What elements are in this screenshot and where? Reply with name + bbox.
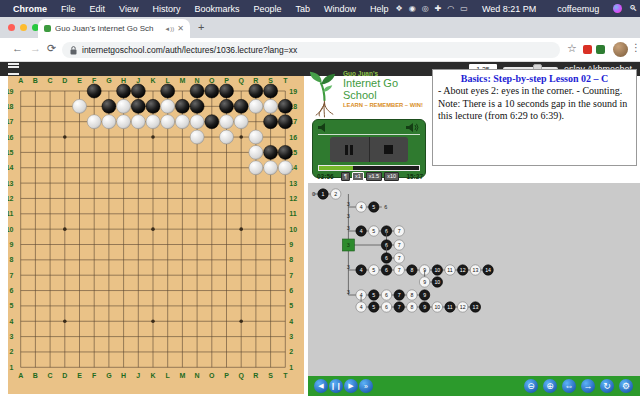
board-coordinate: R bbox=[253, 77, 258, 84]
go-stone[interactable] bbox=[264, 161, 278, 175]
settings-button[interactable]: ⚙ bbox=[619, 379, 633, 393]
logo-title: Internet Go School bbox=[343, 77, 432, 101]
tree-node-number: 12 bbox=[460, 304, 466, 310]
menu-item-history[interactable]: History bbox=[152, 4, 180, 14]
board-coordinate: N bbox=[195, 372, 200, 379]
go-stone[interactable] bbox=[146, 115, 160, 129]
go-stone[interactable] bbox=[205, 115, 219, 129]
go-button[interactable]: → bbox=[581, 379, 595, 393]
board-coordinate: 10 bbox=[8, 226, 14, 233]
board-coordinate: 8 bbox=[289, 256, 293, 263]
board-coordinate: D bbox=[62, 372, 67, 379]
lesson-info-box: Basics: Step-by-step Lesson 02 – C - Abo… bbox=[432, 69, 637, 166]
go-stone[interactable] bbox=[190, 115, 204, 129]
tree-node-number: 9 bbox=[423, 304, 426, 310]
audio-player: 03:56 ¶ x1x1.5x10 15:27 bbox=[312, 119, 426, 178]
go-stone[interactable] bbox=[234, 99, 248, 113]
board-coordinate: 4 bbox=[10, 318, 14, 325]
board-coordinate: C bbox=[48, 372, 53, 379]
go-stone[interactable] bbox=[249, 84, 263, 98]
board-coordinate: D bbox=[62, 77, 67, 84]
board-coordinate: 15 bbox=[8, 149, 14, 156]
board-coordinate: G bbox=[106, 77, 112, 84]
go-stone[interactable] bbox=[131, 115, 145, 129]
prev-move-button[interactable]: ◀ bbox=[314, 379, 328, 393]
tab-audio-icon[interactable]: ◄)) bbox=[164, 26, 174, 32]
board-coordinate: E bbox=[77, 372, 82, 379]
tree-node-number: 8 bbox=[410, 304, 413, 310]
board-coordinate: 7 bbox=[289, 272, 293, 279]
elapsed-time: 03:56 bbox=[317, 173, 334, 180]
tree-node-number: 10 bbox=[434, 267, 440, 273]
branch-move-label: 3 bbox=[347, 289, 350, 295]
lock-icon bbox=[70, 46, 77, 55]
go-board[interactable]: AABBCCDDEEFFGGHHJJKKLLMMNNOOPPQQRRSSTT19… bbox=[8, 76, 304, 394]
board-coordinate: 16 bbox=[289, 134, 297, 141]
bottom-toolbar: ◀❙❙▶»⊖⊕⇔→↻⚙ bbox=[308, 376, 640, 396]
tree-node-number: 7 bbox=[398, 304, 401, 310]
go-stone[interactable] bbox=[117, 84, 131, 98]
stop-control[interactable] bbox=[370, 137, 409, 162]
forward-button[interactable]: → bbox=[30, 42, 41, 54]
board-coordinate: 9 bbox=[289, 241, 293, 248]
board-coordinate: 13 bbox=[8, 180, 14, 187]
board-coordinate: L bbox=[166, 372, 171, 379]
pause-control[interactable] bbox=[330, 137, 370, 162]
tree-node-number: 7 bbox=[398, 292, 401, 298]
tree-node-number: 5 bbox=[372, 304, 375, 310]
board-coordinate: 19 bbox=[8, 88, 14, 95]
board-coordinate: G bbox=[106, 372, 112, 379]
tree-node-number: 12 bbox=[460, 267, 466, 273]
board-coordinate: 6 bbox=[289, 287, 293, 294]
go-stone[interactable] bbox=[264, 99, 278, 113]
tree-node-number: 5 bbox=[372, 228, 375, 234]
go-stone[interactable] bbox=[220, 115, 234, 129]
extension-icon[interactable]: ❖ bbox=[396, 4, 403, 13]
tree-node-number: 7 bbox=[398, 255, 401, 261]
menu-item-edit[interactable]: Edit bbox=[90, 4, 106, 14]
go-stone[interactable] bbox=[278, 161, 292, 175]
browser-tab[interactable]: Guo Juan's Internet Go Sch ◄)) ✕ bbox=[38, 19, 190, 38]
stop-icon bbox=[384, 145, 393, 154]
go-stone[interactable] bbox=[264, 115, 278, 129]
menu-item-window[interactable]: Window bbox=[324, 4, 356, 14]
go-stone[interactable] bbox=[220, 84, 234, 98]
minimize-window-button[interactable] bbox=[20, 24, 27, 31]
tree-node-number: 11 bbox=[447, 304, 452, 310]
board-coordinate: 2 bbox=[289, 348, 293, 355]
board-coordinate: O bbox=[209, 372, 215, 379]
spotlight-search-icon[interactable]: 🔍︎ bbox=[629, 4, 637, 13]
tree-node-number: 6 bbox=[385, 292, 388, 298]
go-stone[interactable] bbox=[117, 115, 131, 129]
go-stone[interactable] bbox=[220, 130, 234, 144]
last-move-button[interactable]: » bbox=[359, 379, 373, 393]
star-point bbox=[63, 135, 67, 139]
go-stone[interactable] bbox=[175, 99, 189, 113]
board-coordinate: C bbox=[48, 77, 53, 84]
progress-bar[interactable] bbox=[318, 165, 420, 171]
tree-node-number: 2 bbox=[334, 191, 337, 197]
go-stone[interactable] bbox=[249, 99, 263, 113]
pilcrow-button[interactable]: ¶ bbox=[341, 172, 350, 181]
go-stone[interactable] bbox=[146, 99, 160, 113]
menu-item-chrome[interactable]: Chrome bbox=[13, 4, 47, 14]
board-coordinate: 8 bbox=[10, 256, 14, 263]
go-stone[interactable] bbox=[220, 99, 234, 113]
board-coordinate: 11 bbox=[289, 210, 297, 217]
board-coordinate: Q bbox=[238, 372, 244, 380]
go-stone[interactable] bbox=[161, 99, 175, 113]
go-stone[interactable] bbox=[249, 161, 263, 175]
go-stone[interactable] bbox=[117, 99, 131, 113]
tree-node-number: 7 bbox=[398, 228, 401, 234]
board-coordinate: A bbox=[18, 77, 23, 84]
board-coordinate: 14 bbox=[8, 164, 14, 171]
go-stone[interactable] bbox=[264, 145, 278, 159]
tree-node-number: 11 bbox=[447, 267, 452, 273]
chrome-menu-icon[interactable]: ⋮ bbox=[631, 42, 640, 53]
go-stone[interactable] bbox=[264, 84, 278, 98]
branch-move-label: 3 bbox=[347, 225, 350, 231]
board-coordinate: B bbox=[33, 372, 38, 379]
tree-node-number: 9 bbox=[423, 279, 426, 285]
speed-button-x10[interactable]: x10 bbox=[384, 172, 399, 181]
tree-node-number: 13 bbox=[473, 304, 479, 310]
menu-user[interactable]: coffeemug bbox=[557, 4, 599, 14]
star-point bbox=[151, 319, 155, 323]
board-coordinate: 10 bbox=[289, 226, 297, 233]
board-coordinate: S bbox=[268, 77, 273, 84]
tree-node-number: 6 bbox=[385, 255, 388, 261]
board-coordinate: N bbox=[195, 77, 200, 84]
branch-move-label: 3 bbox=[347, 264, 350, 270]
menu-item-people[interactable]: People bbox=[253, 4, 281, 14]
board-coordinate: 13 bbox=[289, 180, 297, 187]
board-coordinate: R bbox=[253, 372, 258, 379]
go-stone[interactable] bbox=[234, 115, 248, 129]
tab-favicon bbox=[44, 25, 51, 32]
board-coordinate: 5 bbox=[10, 302, 14, 309]
board-coordinate: K bbox=[150, 372, 155, 379]
board-coordinate: 7 bbox=[10, 272, 14, 279]
profile-avatar[interactable] bbox=[613, 42, 628, 57]
new-tab-button[interactable]: + bbox=[198, 21, 204, 33]
board-coordinate: M bbox=[179, 372, 185, 379]
board-coordinate: E bbox=[77, 77, 82, 84]
url-bar[interactable]: internetgoschool.com/auth/lectures/1036.… bbox=[62, 42, 560, 58]
board-coordinate: 19 bbox=[289, 88, 297, 95]
battery-icon[interactable]: ▭ bbox=[460, 4, 468, 13]
go-stone[interactable] bbox=[87, 115, 101, 129]
volume-speaker-icon[interactable] bbox=[406, 123, 420, 132]
tree-node-number: 1 bbox=[322, 191, 325, 197]
board-coordinate: H bbox=[121, 77, 126, 84]
url-text: internetgoschool.com/auth/lectures/1036.… bbox=[82, 45, 297, 55]
board-coordinate: 16 bbox=[8, 134, 14, 141]
board-coordinate: P bbox=[224, 77, 229, 84]
star-point bbox=[63, 227, 67, 231]
tree-node-number: 8 bbox=[410, 267, 413, 273]
extension-red-icon[interactable] bbox=[583, 45, 592, 54]
hamburger-menu-icon[interactable] bbox=[8, 63, 19, 75]
tree-node-number: 10 bbox=[434, 304, 440, 310]
total-time: 15:27 bbox=[406, 173, 423, 180]
player-controls bbox=[330, 137, 408, 162]
go-stone[interactable] bbox=[190, 84, 204, 98]
collapsed-move-label: 6 bbox=[384, 204, 387, 210]
branch-move-label: 3 bbox=[347, 201, 350, 207]
tree-node-number: 4 bbox=[360, 304, 363, 310]
board-coordinate: 12 bbox=[289, 195, 297, 202]
site-logo: Guo Juan's Internet Go School LEARN – RE… bbox=[308, 70, 432, 120]
board-coordinate: M bbox=[179, 77, 185, 84]
tree-node-number: 6 bbox=[385, 267, 388, 273]
board-coordinate: A bbox=[18, 372, 23, 379]
board-coordinate: 17 bbox=[8, 118, 14, 125]
logo-owner: Guo Juan's bbox=[343, 70, 432, 77]
menu-item-help[interactable]: Help bbox=[370, 4, 389, 14]
board-coordinate: B bbox=[33, 77, 38, 84]
go-stone[interactable] bbox=[190, 99, 204, 113]
go-stone[interactable] bbox=[161, 115, 175, 129]
sprout-icon bbox=[308, 70, 341, 120]
go-stone[interactable] bbox=[249, 145, 263, 159]
star-point bbox=[151, 227, 155, 231]
tree-node-number: 13 bbox=[473, 267, 479, 273]
tree-node-number: 4 bbox=[360, 228, 363, 234]
board-coordinate: S bbox=[268, 372, 273, 379]
tree-node-number: 14 bbox=[485, 267, 491, 273]
next-move-button[interactable]: ▶ bbox=[344, 379, 358, 393]
marker-label: 3 bbox=[347, 242, 350, 248]
branch-move-label: 3 bbox=[347, 213, 350, 219]
tree-node-number: 9 bbox=[423, 292, 426, 298]
star-point bbox=[239, 135, 243, 139]
board-coordinate: H bbox=[121, 372, 126, 379]
wifi-icon[interactable]: ◠ bbox=[447, 4, 454, 13]
star-point bbox=[63, 319, 67, 323]
board-coordinate: O bbox=[209, 77, 215, 84]
progress-fill bbox=[319, 166, 353, 170]
board-coordinate: Q bbox=[238, 77, 244, 85]
screen: { "menu_bar": { "apple": "apple-logo", "… bbox=[0, 0, 640, 400]
lesson-title: Basics: Step-by-step Lesson 02 – C bbox=[438, 73, 631, 84]
menu-item-tab[interactable]: Tab bbox=[295, 4, 310, 14]
zoom-in-button[interactable]: ⊕ bbox=[543, 379, 557, 393]
speed-button-x1[interactable]: x1 bbox=[352, 172, 364, 181]
tree-node-number: 7 bbox=[398, 267, 401, 273]
star-point bbox=[239, 227, 243, 231]
board-coordinate: 11 bbox=[8, 210, 14, 217]
go-stone[interactable] bbox=[102, 99, 116, 113]
camera-icon[interactable]: ◎ bbox=[422, 4, 429, 13]
go-stone[interactable] bbox=[175, 115, 189, 129]
board-coordinate: T bbox=[283, 372, 288, 379]
tree-node-number: 4 bbox=[360, 204, 363, 210]
back-button[interactable]: ← bbox=[12, 42, 23, 54]
window-controls bbox=[8, 24, 39, 31]
reload-button[interactable]: ⟳ bbox=[47, 42, 56, 55]
bookmark-star-icon[interactable]: ☆ bbox=[567, 42, 577, 55]
board-coordinate: 12 bbox=[8, 195, 14, 202]
board-coordinate: T bbox=[283, 77, 288, 84]
mute-speaker-icon[interactable] bbox=[318, 123, 330, 132]
variation-tree-panel[interactable]: 0123456334567367673456789101112131491034… bbox=[308, 183, 640, 376]
go-stone[interactable] bbox=[278, 145, 292, 159]
board-coordinate: L bbox=[166, 77, 171, 84]
tree-node-number: 4 bbox=[360, 267, 363, 273]
board-coordinate: F bbox=[92, 372, 97, 379]
macos-menu-bar: ChromeFileEditViewHistoryBookmarksPeople… bbox=[0, 0, 640, 17]
go-stone[interactable] bbox=[205, 84, 219, 98]
board-coordinate: 18 bbox=[8, 103, 14, 110]
tab-close-icon[interactable]: ✕ bbox=[177, 24, 184, 33]
tree-node-number: 8 bbox=[410, 292, 413, 298]
zoom-out-button[interactable]: ⊖ bbox=[524, 379, 538, 393]
go-stone[interactable] bbox=[131, 99, 145, 113]
board-coordinate: 6 bbox=[10, 287, 14, 294]
tree-node-number: 6 bbox=[385, 304, 388, 310]
board-coordinate: 5 bbox=[289, 302, 293, 309]
tab-title: Guo Juan's Internet Go Sch bbox=[55, 24, 161, 33]
go-stone[interactable] bbox=[161, 84, 175, 98]
board-coordinate: F bbox=[92, 77, 97, 84]
go-stone[interactable] bbox=[249, 130, 263, 144]
board-coordinate: 9 bbox=[10, 241, 14, 248]
star-point bbox=[239, 319, 243, 323]
tree-node-number: 10 bbox=[434, 279, 440, 285]
board-coordinate: 1 bbox=[289, 364, 293, 371]
menu-item-bookmarks[interactable]: Bookmarks bbox=[194, 4, 239, 14]
pause-icon bbox=[345, 145, 353, 155]
tree-node-number: 5 bbox=[372, 204, 375, 210]
menu-item-file[interactable]: File bbox=[61, 4, 76, 14]
close-window-button[interactable] bbox=[8, 24, 15, 31]
board-coordinate: 1 bbox=[10, 364, 14, 371]
star-point bbox=[151, 135, 155, 139]
logo-tagline: LEARN – REMEMBER – WIN! bbox=[343, 102, 432, 108]
tree-node-number: 5 bbox=[372, 292, 375, 298]
tree-node-number: 5 bbox=[372, 267, 375, 273]
player-divider bbox=[318, 134, 420, 135]
tree-node-number: 7 bbox=[398, 242, 401, 248]
fit-button[interactable]: ⇔ bbox=[562, 379, 576, 393]
plus-icon[interactable]: ✚ bbox=[435, 4, 442, 13]
board-coordinate: P bbox=[224, 372, 229, 379]
go-stone[interactable] bbox=[278, 115, 292, 129]
pause-button[interactable]: ❙❙ bbox=[329, 379, 343, 393]
go-stone[interactable] bbox=[102, 115, 116, 129]
board-coordinate: J bbox=[136, 77, 140, 84]
menu-item-view[interactable]: View bbox=[119, 4, 138, 14]
lesson-description: - About eyes 2: eyes in the corner. - Co… bbox=[438, 85, 631, 123]
refresh-button[interactable]: ↻ bbox=[600, 379, 614, 393]
siri-icon[interactable] bbox=[613, 4, 622, 13]
go-stone[interactable] bbox=[87, 84, 101, 98]
extension-green-icon[interactable] bbox=[596, 45, 605, 54]
menu-clock[interactable]: Wed 8:21 PM bbox=[482, 4, 536, 14]
board-coordinate: 2 bbox=[10, 348, 14, 355]
go-stone[interactable] bbox=[190, 130, 204, 144]
board-coordinate: J bbox=[136, 372, 140, 379]
board-coordinate: K bbox=[150, 77, 155, 84]
board-coordinate: 3 bbox=[10, 333, 14, 340]
board-coordinate: 4 bbox=[289, 318, 293, 325]
go-stone[interactable] bbox=[73, 99, 87, 113]
go-stone[interactable] bbox=[131, 84, 145, 98]
go-stone[interactable] bbox=[278, 99, 292, 113]
onepassword-icon[interactable]: ◉ bbox=[409, 4, 416, 13]
speed-button-x1.5[interactable]: x1.5 bbox=[366, 172, 382, 181]
board-coordinate: 3 bbox=[289, 333, 293, 340]
